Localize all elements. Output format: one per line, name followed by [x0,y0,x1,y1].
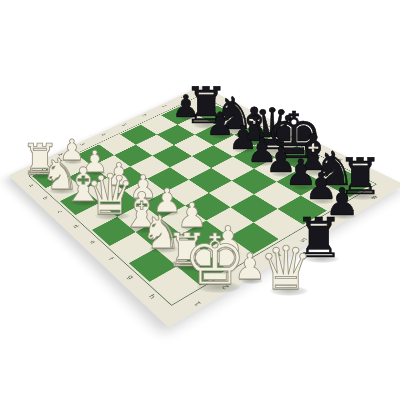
coordinate-label: 5 [119,122,128,127]
coordinate-label: d [70,223,81,230]
coordinate-label: 4 [99,132,108,137]
chess-set-photo: aa88bb77cc66dd55ee44ff33gg22hh11 ♟♜♞♟♝♟♛… [0,0,400,400]
coordinate-label: f [105,255,117,264]
white-king: ♚ [173,225,257,295]
coordinate-label: h [145,292,158,302]
coordinate-label: g [124,273,136,282]
coordinate-label: e [87,238,98,246]
white-queen-loose: ♛ [250,238,322,298]
coordinate-label: 6 [139,113,148,118]
